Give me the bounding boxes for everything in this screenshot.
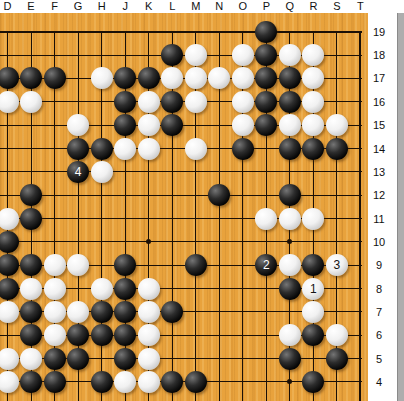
stone-black-D9[interactable]	[0, 254, 19, 276]
stone-white-Q15[interactable]	[279, 114, 301, 136]
stone-white-G9[interactable]	[67, 254, 89, 276]
stone-white-E5[interactable]	[20, 348, 42, 370]
stone-black-M9[interactable]	[185, 254, 207, 276]
go-app-window: 4231 DEFGHJKLMNOPQRST1918171615141312111…	[0, 0, 404, 401]
stone-white-R7[interactable]	[302, 301, 324, 323]
col-label-D: D	[0, 0, 18, 13]
row-label-4: 4	[366, 376, 392, 388]
col-label-P: P	[256, 0, 276, 13]
row-label-8: 8	[366, 283, 392, 295]
stone-white-L17[interactable]	[161, 67, 183, 89]
row-label-6: 6	[366, 329, 392, 341]
stone-white-H13[interactable]	[91, 161, 113, 183]
stone-black-Q16[interactable]	[279, 91, 301, 113]
stone-white-R8[interactable]: 1	[302, 278, 324, 300]
stone-white-D5[interactable]	[0, 348, 19, 370]
row-label-13: 13	[366, 166, 392, 178]
stone-black-G13[interactable]: 4	[67, 161, 89, 183]
stone-black-P18[interactable]	[255, 44, 277, 66]
go-board[interactable]: 4231	[0, 13, 368, 401]
col-label-M: M	[186, 0, 206, 13]
stone-white-D7[interactable]	[0, 301, 19, 323]
star-point-Q10	[287, 239, 292, 244]
row-label-16: 16	[366, 96, 392, 108]
row-label-11: 11	[366, 213, 392, 225]
stone-black-J8[interactable]	[114, 278, 136, 300]
stone-white-S6[interactable]	[326, 324, 348, 346]
stone-black-P19[interactable]	[255, 21, 277, 43]
row-label-10: 10	[366, 236, 392, 248]
stone-black-L4[interactable]	[161, 371, 183, 393]
stone-black-E12[interactable]	[20, 184, 42, 206]
stone-black-N12[interactable]	[208, 184, 230, 206]
star-point-K10	[146, 239, 151, 244]
stone-black-R4[interactable]	[302, 371, 324, 393]
stone-black-P17[interactable]	[255, 67, 277, 89]
stone-black-S14[interactable]	[326, 138, 348, 160]
stone-white-K4[interactable]	[138, 371, 160, 393]
stone-black-E11[interactable]	[20, 208, 42, 230]
stone-black-D10[interactable]	[0, 231, 19, 253]
stone-white-P11[interactable]	[255, 208, 277, 230]
row-label-15: 15	[366, 119, 392, 131]
stone-black-L7[interactable]	[161, 301, 183, 323]
stone-black-R9[interactable]	[302, 254, 324, 276]
stone-black-L15[interactable]	[161, 114, 183, 136]
col-label-J: J	[115, 0, 135, 13]
stone-black-E7[interactable]	[20, 301, 42, 323]
stone-white-D16[interactable]	[0, 91, 19, 113]
row-label-9: 9	[366, 259, 392, 271]
stone-black-O14[interactable]	[232, 138, 254, 160]
stone-white-G15[interactable]	[67, 114, 89, 136]
stone-white-S9[interactable]: 3	[326, 254, 348, 276]
col-label-G: G	[68, 0, 88, 13]
stone-black-G14[interactable]	[67, 138, 89, 160]
stone-white-R11[interactable]	[302, 208, 324, 230]
stone-white-R16[interactable]	[302, 91, 324, 113]
stone-white-Q18[interactable]	[279, 44, 301, 66]
stone-white-M16[interactable]	[185, 91, 207, 113]
col-label-Q: Q	[280, 0, 300, 13]
stone-black-R6[interactable]	[302, 324, 324, 346]
stone-white-M14[interactable]	[185, 138, 207, 160]
row-label-12: 12	[366, 189, 392, 201]
stone-white-H8[interactable]	[91, 278, 113, 300]
grid-vline-T	[359, 31, 361, 401]
stone-black-E17[interactable]	[20, 67, 42, 89]
stone-white-G7[interactable]	[67, 301, 89, 323]
stone-black-P9[interactable]: 2	[255, 254, 277, 276]
stone-white-K5[interactable]	[138, 348, 160, 370]
stone-black-Q8[interactable]	[279, 278, 301, 300]
stone-black-P16[interactable]	[255, 91, 277, 113]
stone-white-F8[interactable]	[44, 278, 66, 300]
stone-black-P15[interactable]	[255, 114, 277, 136]
stone-black-R14[interactable]	[302, 138, 324, 160]
stone-white-O17[interactable]	[232, 67, 254, 89]
stone-black-Q5[interactable]	[279, 348, 301, 370]
move-number-label-R8: 1	[302, 278, 324, 300]
stone-black-L16[interactable]	[161, 91, 183, 113]
col-label-E: E	[21, 0, 41, 13]
stone-white-K7[interactable]	[138, 301, 160, 323]
row-label-14: 14	[366, 143, 392, 155]
stone-white-K6[interactable]	[138, 324, 160, 346]
stone-white-M17[interactable]	[185, 67, 207, 89]
col-label-O: O	[233, 0, 253, 13]
stone-white-F6[interactable]	[44, 324, 66, 346]
stone-white-K15[interactable]	[138, 114, 160, 136]
stone-white-Q9[interactable]	[279, 254, 301, 276]
stone-black-F4[interactable]	[44, 371, 66, 393]
stone-white-R17[interactable]	[302, 67, 324, 89]
stone-black-K17[interactable]	[138, 67, 160, 89]
stone-black-J6[interactable]	[114, 324, 136, 346]
col-label-L: L	[162, 0, 182, 13]
stone-white-E8[interactable]	[20, 278, 42, 300]
stone-white-J4[interactable]	[114, 371, 136, 393]
star-point-Q4	[287, 379, 292, 384]
row-labels-strip	[368, 13, 397, 401]
stone-black-Q14[interactable]	[279, 138, 301, 160]
stone-black-E9[interactable]	[20, 254, 42, 276]
stone-black-S5[interactable]	[326, 348, 348, 370]
scrollbar-track[interactable]	[397, 13, 404, 401]
move-number-label-S9: 3	[326, 254, 348, 276]
stone-white-R15[interactable]	[302, 114, 324, 136]
stone-black-D8[interactable]	[0, 278, 19, 300]
stone-black-H4[interactable]	[91, 371, 113, 393]
row-label-19: 19	[366, 26, 392, 38]
col-label-K: K	[139, 0, 159, 13]
stone-black-J16[interactable]	[114, 91, 136, 113]
stone-white-D4[interactable]	[0, 371, 19, 393]
stone-white-F9[interactable]	[44, 254, 66, 276]
stone-black-L18[interactable]	[161, 44, 183, 66]
stone-white-S15[interactable]	[326, 114, 348, 136]
stone-black-G6[interactable]	[67, 324, 89, 346]
stone-black-F5[interactable]	[44, 348, 66, 370]
stone-black-G5[interactable]	[67, 348, 89, 370]
stone-black-J5[interactable]	[114, 348, 136, 370]
stone-white-Q11[interactable]	[279, 208, 301, 230]
stone-white-K8[interactable]	[138, 278, 160, 300]
stone-black-J7[interactable]	[114, 301, 136, 323]
stone-black-E6[interactable]	[20, 324, 42, 346]
stone-black-J15[interactable]	[114, 114, 136, 136]
stone-black-D17[interactable]	[0, 67, 19, 89]
row-label-17: 17	[366, 72, 392, 84]
stone-white-E16[interactable]	[20, 91, 42, 113]
col-label-N: N	[209, 0, 229, 13]
move-number-label-P9: 2	[255, 254, 277, 276]
col-label-R: R	[303, 0, 323, 13]
stone-white-K14[interactable]	[138, 138, 160, 160]
stone-white-J14[interactable]	[114, 138, 136, 160]
stone-black-E4[interactable]	[20, 371, 42, 393]
col-label-H: H	[92, 0, 112, 13]
row-label-18: 18	[366, 49, 392, 61]
stone-black-H14[interactable]	[91, 138, 113, 160]
stone-white-O18[interactable]	[232, 44, 254, 66]
stone-black-F17[interactable]	[44, 67, 66, 89]
move-number-label-G13: 4	[67, 161, 89, 183]
col-label-F: F	[45, 0, 65, 13]
stone-black-J17[interactable]	[114, 67, 136, 89]
stone-white-O15[interactable]	[232, 114, 254, 136]
stone-white-M18[interactable]	[185, 44, 207, 66]
stone-white-Q6[interactable]	[279, 324, 301, 346]
stone-black-Q12[interactable]	[279, 184, 301, 206]
stone-black-H6[interactable]	[91, 324, 113, 346]
col-label-S: S	[327, 0, 347, 13]
row-label-5: 5	[366, 353, 392, 365]
stone-white-F7[interactable]	[44, 301, 66, 323]
stone-white-D11[interactable]	[0, 208, 19, 230]
stone-white-H17[interactable]	[91, 67, 113, 89]
stone-white-K16[interactable]	[138, 91, 160, 113]
stone-black-M4[interactable]	[185, 371, 207, 393]
stone-white-O16[interactable]	[232, 91, 254, 113]
stone-white-N17[interactable]	[208, 67, 230, 89]
row-label-7: 7	[366, 306, 392, 318]
stone-black-Q17[interactable]	[279, 67, 301, 89]
col-label-T: T	[350, 0, 370, 13]
stone-black-H7[interactable]	[91, 301, 113, 323]
stone-black-J9[interactable]	[114, 254, 136, 276]
stone-white-R18[interactable]	[302, 44, 324, 66]
